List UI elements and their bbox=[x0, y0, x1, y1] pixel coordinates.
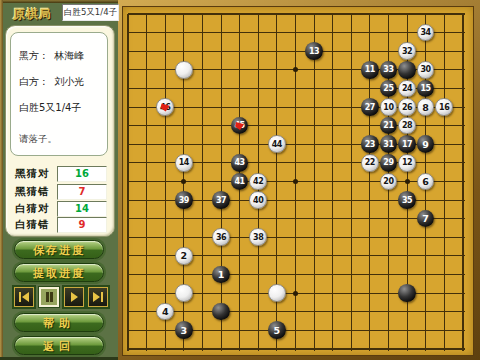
pause-icon bbox=[50, 292, 53, 302]
move-prompt: 请落子。 bbox=[19, 133, 57, 146]
move-number: 29 bbox=[380, 154, 398, 172]
move-number: 11 bbox=[361, 61, 379, 79]
stat-row-black-correct: 黑猜对 16 bbox=[6, 166, 114, 182]
skip-start-bar-icon bbox=[19, 292, 21, 302]
white-stone: 34 bbox=[417, 24, 435, 42]
save-progress-button[interactable]: 保存进度 bbox=[14, 240, 104, 259]
star-point bbox=[293, 291, 298, 296]
move-number: 31 bbox=[380, 135, 398, 153]
grid-line bbox=[128, 32, 465, 33]
white-wrong-label: 白猜错 bbox=[15, 218, 50, 232]
black-stone: 13 bbox=[305, 42, 323, 60]
black-player-line: 黑方： 林海峰 bbox=[19, 49, 84, 63]
black-stone: 45 bbox=[231, 117, 249, 135]
black-stone: 27 bbox=[361, 98, 379, 116]
white-stone bbox=[268, 284, 286, 302]
black-wrong-label: 黑猜错 bbox=[15, 185, 50, 199]
black-stone bbox=[398, 61, 416, 79]
white-stone bbox=[175, 61, 193, 79]
black-stone: 37 bbox=[212, 191, 230, 209]
result-line: 白胜5又1/4子 bbox=[19, 101, 81, 115]
move-number: 2 bbox=[176, 248, 192, 264]
move-number: 26 bbox=[399, 99, 415, 115]
white-stone: 22 bbox=[361, 154, 379, 172]
black-stone: 43 bbox=[231, 154, 249, 172]
star-point bbox=[293, 67, 298, 72]
grid-line bbox=[165, 14, 166, 351]
move-number: 25 bbox=[380, 80, 398, 98]
move-number: 8 bbox=[418, 99, 434, 115]
move-number: 33 bbox=[380, 61, 398, 79]
move-number: 38 bbox=[250, 229, 266, 245]
grid-line bbox=[128, 311, 465, 312]
grid-line bbox=[351, 14, 352, 351]
move-number: 32 bbox=[399, 43, 415, 59]
move-number: 36 bbox=[213, 229, 229, 245]
move-number: 14 bbox=[176, 155, 192, 171]
move-number: 5 bbox=[268, 321, 286, 339]
black-stone: 21 bbox=[380, 117, 398, 135]
white-player-line: 白方： 刘小光 bbox=[19, 75, 84, 89]
grid-line bbox=[128, 13, 465, 15]
white-stone: 10 bbox=[380, 98, 398, 116]
white-stone: 36 bbox=[212, 228, 230, 246]
grid-line bbox=[332, 14, 333, 351]
pause-icon bbox=[46, 292, 49, 302]
move-number: 39 bbox=[175, 191, 193, 209]
white-stone: 4 bbox=[156, 303, 174, 321]
move-number: 13 bbox=[305, 42, 323, 60]
black-stone: 1 bbox=[212, 266, 230, 284]
white-stone bbox=[175, 284, 193, 302]
move-number: 40 bbox=[250, 192, 266, 208]
black-stone: 39 bbox=[175, 191, 193, 209]
star-point bbox=[181, 179, 186, 184]
white-stone: 32 bbox=[398, 42, 416, 60]
black-stone: 23 bbox=[361, 135, 379, 153]
black-stone bbox=[398, 284, 416, 302]
board-grid: 1234567891011121314151617202122232425262… bbox=[128, 14, 464, 350]
stat-row-white-wrong: 白猜错 9 bbox=[6, 217, 114, 233]
stat-row-white-correct: 白猜对 14 bbox=[6, 201, 114, 217]
grid-line bbox=[462, 14, 464, 351]
move-number: 3 bbox=[175, 321, 193, 339]
message-box: 黑方： 林海峰 白方： 刘小光 白胜5又1/4子 请落子。 bbox=[10, 32, 108, 156]
star-point bbox=[293, 179, 298, 184]
black-player-label: 黑方： bbox=[19, 50, 49, 61]
page-title: 原棋局 bbox=[13, 6, 52, 23]
move-number: 30 bbox=[418, 62, 434, 78]
black-correct-field[interactable]: 16 bbox=[57, 166, 107, 182]
move-number: 15 bbox=[417, 80, 435, 98]
white-player-label: 白方： bbox=[19, 76, 49, 87]
black-stone: 29 bbox=[380, 154, 398, 172]
move-number: 34 bbox=[418, 25, 434, 41]
white-player-name: 刘小光 bbox=[54, 76, 84, 87]
move-number: 43 bbox=[231, 154, 249, 172]
move-number: 35 bbox=[398, 191, 416, 209]
result-display: 白胜5又1/4子 bbox=[62, 4, 119, 21]
move-number: 23 bbox=[361, 135, 379, 153]
skip-to-start-button[interactable] bbox=[14, 287, 34, 307]
grid-line bbox=[202, 14, 203, 351]
move-number: 22 bbox=[362, 155, 378, 171]
white-stone: 24 bbox=[398, 80, 416, 98]
white-wrong-field[interactable]: 9 bbox=[57, 217, 107, 233]
move-number: 16 bbox=[436, 99, 452, 115]
black-stone: 11 bbox=[361, 61, 379, 79]
move-number: 4 bbox=[157, 304, 173, 320]
white-stone: 30 bbox=[417, 61, 435, 79]
move-number: 6 bbox=[418, 174, 434, 190]
move-number: 24 bbox=[399, 81, 415, 97]
move-number: 28 bbox=[399, 118, 415, 134]
black-stone: 31 bbox=[380, 135, 398, 153]
move-number: 1 bbox=[212, 266, 230, 284]
white-stone: 42 bbox=[249, 173, 267, 191]
black-stone bbox=[212, 303, 230, 321]
grid-line bbox=[128, 348, 465, 350]
grid-line bbox=[146, 14, 147, 351]
black-correct-label: 黑猜对 bbox=[15, 167, 50, 181]
info-card: 黑方： 林海峰 白方： 刘小光 白胜5又1/4子 请落子。 黑猜对 16 黑猜错… bbox=[5, 25, 115, 237]
black-stone: 25 bbox=[380, 80, 398, 98]
black-wrong-field[interactable]: 7 bbox=[57, 184, 107, 200]
white-stone: 8 bbox=[417, 98, 435, 116]
grid-line bbox=[314, 14, 315, 351]
move-number: 37 bbox=[212, 191, 230, 209]
white-stone: 40 bbox=[249, 191, 267, 209]
white-stone: 16 bbox=[435, 98, 453, 116]
grid-line bbox=[444, 14, 445, 351]
black-stone: 9 bbox=[417, 135, 435, 153]
move-number: 27 bbox=[361, 98, 379, 116]
white-stone: 44 bbox=[268, 135, 286, 153]
go-board[interactable]: 1234567891011121314151617202122232425262… bbox=[122, 6, 474, 356]
black-stone: 33 bbox=[380, 61, 398, 79]
move-number: 41 bbox=[231, 173, 249, 191]
skip-end-bar-icon bbox=[101, 292, 103, 302]
white-correct-field[interactable]: 14 bbox=[57, 201, 107, 217]
skip-start-arrow-icon bbox=[22, 292, 29, 302]
load-progress-button[interactable]: 提取进度 bbox=[14, 263, 104, 282]
move-number: 9 bbox=[417, 135, 435, 153]
control-panel: 原棋局 白胜5又1/4子 黑方： 林海峰 白方： 刘小光 白胜5又1/4子 请落… bbox=[0, 0, 118, 360]
move-number: 12 bbox=[399, 155, 415, 171]
move-number: 42 bbox=[250, 174, 266, 190]
white-stone: 28 bbox=[398, 117, 416, 135]
move-number: 44 bbox=[269, 136, 285, 152]
white-stone: 20 bbox=[380, 173, 398, 191]
pause-button[interactable] bbox=[39, 287, 59, 307]
white-correct-label: 白猜对 bbox=[15, 202, 50, 216]
board-frame: 1234567891011121314151617202122232425262… bbox=[118, 0, 480, 360]
white-stone: 12 bbox=[398, 154, 416, 172]
grid-line bbox=[128, 237, 465, 238]
play-button[interactable] bbox=[64, 287, 84, 307]
white-stone: 38 bbox=[249, 228, 267, 246]
black-stone: 41 bbox=[231, 173, 249, 191]
back-button[interactable]: 返回 bbox=[14, 336, 104, 355]
grid-line bbox=[127, 14, 129, 351]
play-icon bbox=[71, 292, 78, 302]
help-button[interactable]: 帮助 bbox=[14, 313, 104, 332]
move-number: 17 bbox=[398, 135, 416, 153]
white-stone: 46 bbox=[156, 98, 174, 116]
grid-line bbox=[221, 14, 222, 351]
white-stone: 26 bbox=[398, 98, 416, 116]
move-number: 10 bbox=[381, 99, 397, 115]
black-stone: 15 bbox=[417, 80, 435, 98]
star-point bbox=[405, 179, 410, 184]
black-stone: 35 bbox=[398, 191, 416, 209]
skip-to-end-button[interactable] bbox=[88, 287, 108, 307]
black-stone: 17 bbox=[398, 135, 416, 153]
stat-row-black-wrong: 黑猜错 7 bbox=[6, 184, 114, 200]
white-stone: 14 bbox=[175, 154, 193, 172]
move-number: 20 bbox=[381, 174, 397, 190]
white-stone: 6 bbox=[417, 173, 435, 191]
move-number: 21 bbox=[380, 117, 398, 135]
grid-line bbox=[128, 274, 465, 275]
grid-line bbox=[128, 218, 465, 219]
black-stone: 3 bbox=[175, 321, 193, 339]
go-replay-window: 1234567891011121314151617202122232425262… bbox=[0, 0, 480, 360]
black-stone: 5 bbox=[268, 321, 286, 339]
black-stone: 7 bbox=[417, 210, 435, 228]
white-stone: 2 bbox=[175, 247, 193, 265]
move-number: 7 bbox=[417, 210, 435, 228]
skip-end-arrow-icon bbox=[93, 292, 100, 302]
black-player-name: 林海峰 bbox=[54, 50, 84, 61]
